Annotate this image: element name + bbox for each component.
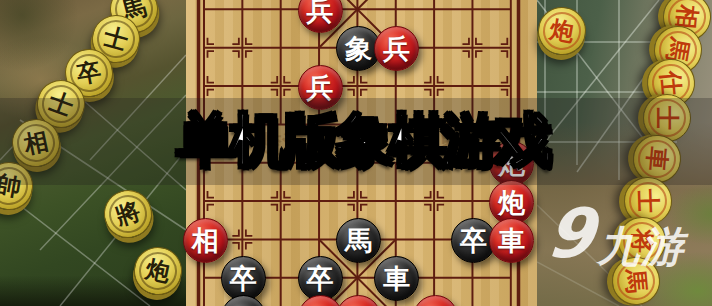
piece-character: 卒	[230, 265, 257, 292]
piece-character: 車	[383, 265, 410, 292]
piece-character: 兵	[383, 35, 410, 62]
piece-character: 馬	[345, 227, 372, 254]
9game-logo: 9 九游	[547, 203, 685, 275]
logo-text: 九游	[597, 219, 685, 275]
piece-character: 卒	[460, 227, 487, 254]
piece-character: 卒	[307, 265, 334, 292]
piece-character: 炮	[535, 4, 588, 57]
board-piece[interactable]: 相	[183, 218, 228, 263]
logo-9-glyph: 9	[544, 203, 597, 264]
piece-character: 兵	[307, 74, 334, 101]
promo-image: 馬士卒士相帥將炮 楚河漢界 兵象兵兵炮炮相馬卒車卒卒車 炮相馬仕士車士将馬 单机…	[0, 0, 712, 306]
piece-character: 炮	[131, 244, 186, 299]
board-piece[interactable]: 馬	[336, 218, 381, 263]
photo-gold-piece: 炮	[534, 3, 590, 59]
piece-character: 相	[192, 227, 219, 254]
piece-character: 車	[498, 227, 525, 254]
piece-character: 炮	[498, 189, 525, 216]
page-title: 单机版象棋游戏	[6, 111, 712, 169]
piece-character: 象	[345, 35, 372, 62]
piece-character: 兵	[307, 0, 334, 24]
board-piece[interactable]: 車	[489, 218, 534, 263]
